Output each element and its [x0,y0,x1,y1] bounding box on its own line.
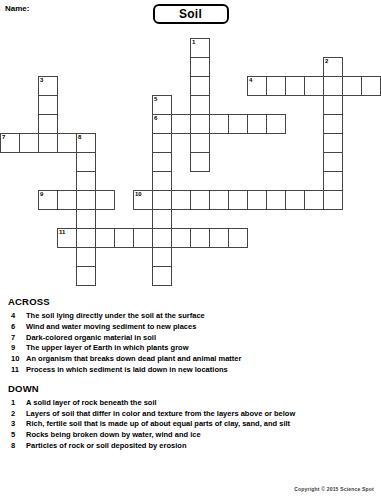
grid-cell[interactable] [95,228,115,248]
clue-text: The upper layer of Earth in which plants… [26,343,381,354]
grid-cell[interactable] [76,266,96,286]
grid-cell[interactable] [323,114,343,134]
grid-cell[interactable] [361,76,381,96]
grid-cell[interactable] [266,190,286,210]
grid-cell[interactable] [190,95,210,115]
grid-cell[interactable] [228,228,248,248]
clue-row: 10An organism that breaks down dead plan… [0,354,381,365]
grid-cell[interactable] [152,209,172,229]
grid-cell[interactable] [190,152,210,172]
grid-cell[interactable] [209,114,229,134]
grid-cell[interactable] [190,114,210,134]
grid-cell[interactable] [171,228,191,248]
grid-cell[interactable] [152,228,172,248]
grid-cell[interactable] [323,95,343,115]
clue-row: 6Wind and water moving sediment to new p… [0,322,381,333]
grid-cell[interactable] [171,114,191,134]
grid-cell[interactable] [133,228,153,248]
grid-cell[interactable] [152,247,172,267]
grid-cell[interactable] [266,114,286,134]
name-label: Name: [5,4,29,13]
grid-cell[interactable] [76,171,96,191]
grid-cell[interactable] [95,190,115,210]
across-heading: ACROSS [8,296,381,307]
clue-text: Process in which sediment is laid down i… [26,365,381,376]
clue-row: 4The soil lying directly under the soil … [0,311,381,322]
grid-cell[interactable]: 1 [190,38,210,58]
grid-cell[interactable] [323,76,343,96]
clue-text: The soil lying directly under the soil a… [26,311,381,322]
grid-cell[interactable]: 10 [133,190,153,210]
clue-list-number: 8 [0,441,26,452]
clue-number: 4 [249,77,252,84]
clue-number: 5 [154,96,157,103]
grid-cell[interactable] [190,133,210,153]
clue-list-number: 1 [0,398,26,409]
clue-text: Rich, fertile soil that is made up of ab… [26,419,381,430]
clue-text: Wind and water moving sediment to new pl… [26,322,381,333]
grid-cell[interactable] [76,152,96,172]
copyright-text: Copyright © 2015 Science Spot [294,486,374,492]
grid-cell[interactable]: 3 [38,76,58,96]
grid-cell[interactable]: 4 [247,76,267,96]
grid-cell[interactable] [323,133,343,153]
grid-cell[interactable] [19,133,39,153]
clues-section: ACROSS 4The soil lying directly under th… [0,296,381,452]
grid-cell[interactable]: 9 [38,190,58,210]
grid-cell[interactable]: 5 [152,95,172,115]
clue-row: 5Rocks being broken down by water, wind … [0,430,381,441]
title-box: Soil [153,4,229,24]
clue-text: Rocks being broken down by water, wind a… [26,430,381,441]
down-heading: DOWN [8,383,381,394]
grid-cell[interactable] [247,190,267,210]
clue-number: 3 [40,77,43,84]
grid-cell[interactable] [304,76,324,96]
grid-cell[interactable] [266,76,286,96]
clue-list-number: 3 [0,419,26,430]
grid-cell[interactable] [209,228,229,248]
clue-row: 3Rich, fertile soil that is made up of a… [0,419,381,430]
clue-text: A solid layer of rock beneath the soil [26,398,381,409]
grid-cell[interactable] [323,171,343,191]
clue-list-number: 9 [0,343,26,354]
grid-cell[interactable] [152,171,172,191]
clue-number: 11 [59,229,65,236]
clue-number: 6 [154,115,157,122]
clue-row: 8Particles of rock or soil deposited by … [0,441,381,452]
grid-cell[interactable] [228,190,248,210]
clue-number: 8 [78,134,81,141]
grid-cell[interactable] [152,190,172,210]
grid-cell[interactable] [57,133,77,153]
grid-cell[interactable] [228,114,248,134]
clue-list-number: 2 [0,409,26,420]
page-title: Soil [179,7,202,21]
grid-cell[interactable] [152,152,172,172]
grid-cell[interactable]: 11 [57,228,77,248]
clue-text: Dark-colored organic material in soil [26,333,381,344]
clue-row: 9The upper layer of Earth in which plant… [0,343,381,354]
grid-cell[interactable] [76,209,96,229]
clue-list-number: 7 [0,333,26,344]
clue-number: 10 [135,191,142,198]
clue-row: 2Layers of soil that differ in color and… [0,409,381,420]
grid-cell[interactable] [323,152,343,172]
grid-cell[interactable] [76,228,96,248]
grid-cell[interactable] [285,190,305,210]
grid-cell[interactable] [57,190,77,210]
grid-cell[interactable] [190,57,210,77]
grid-cell[interactable] [114,228,134,248]
worksheet-page: Name: Soil 1234567891011 ACROSS 4The soi… [0,0,381,500]
clue-list-number: 5 [0,430,26,441]
grid-cell[interactable] [247,114,267,134]
clue-number: 9 [40,191,43,198]
clue-number: 1 [192,39,195,46]
grid-cell[interactable] [323,190,343,210]
grid-cell[interactable] [209,190,229,210]
clue-list-number: 4 [0,311,26,322]
grid-cell[interactable] [76,247,96,267]
crossword-grid: 1234567891011 [0,38,381,286]
clue-row: 11Process in which sediment is laid down… [0,365,381,376]
clue-list-number: 11 [0,365,26,376]
clue-number: 7 [2,134,5,141]
grid-cell[interactable]: 2 [323,57,343,77]
grid-cell[interactable] [38,133,58,153]
grid-cell[interactable] [190,76,210,96]
clue-list-number: 10 [0,354,26,365]
clue-text: Layers of soil that differ in color and … [26,409,381,420]
clue-number: 2 [325,58,328,65]
grid-cell[interactable] [285,76,305,96]
grid-cell[interactable] [304,190,324,210]
grid-cell[interactable]: 8 [76,133,96,153]
across-clue-list: 4The soil lying directly under the soil … [0,311,381,376]
grid-cell[interactable] [190,190,210,210]
grid-cell[interactable] [38,95,58,115]
clue-text: Particles of rock or soil deposited by e… [26,441,381,452]
grid-cell[interactable]: 6 [152,114,172,134]
grid-cell[interactable] [152,266,172,286]
grid-cell[interactable] [152,133,172,153]
grid-cell[interactable] [76,190,96,210]
clue-list-number: 6 [0,322,26,333]
clue-text: An organism that breaks down dead plant … [26,354,381,365]
clue-row: 1A solid layer of rock beneath the soil [0,398,381,409]
grid-cell[interactable] [342,76,362,96]
down-clue-list: 1A solid layer of rock beneath the soil2… [0,398,381,452]
grid-cell[interactable] [38,114,58,134]
clue-row: 7Dark-colored organic material in soil [0,333,381,344]
grid-cell[interactable] [190,228,210,248]
grid-cell[interactable] [171,190,191,210]
grid-cell[interactable]: 7 [0,133,20,153]
